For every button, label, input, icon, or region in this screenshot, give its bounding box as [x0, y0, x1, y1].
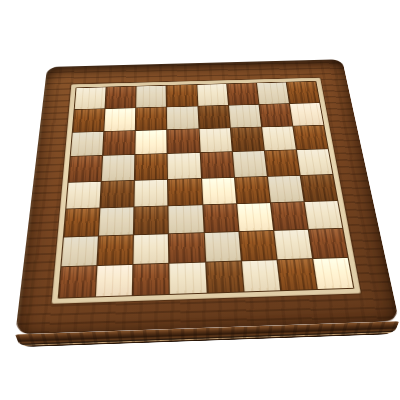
square-a6	[71, 132, 104, 156]
square-b5	[102, 155, 135, 180]
square-e2	[204, 232, 240, 262]
square-d5	[168, 153, 201, 178]
square-e3	[203, 204, 238, 232]
maple-inlay-border	[52, 78, 361, 304]
square-a5	[69, 156, 103, 182]
square-g5	[265, 150, 300, 175]
square-a1	[59, 266, 97, 298]
square-d8	[167, 85, 197, 107]
square-f5	[233, 151, 267, 176]
square-h7	[290, 103, 324, 126]
chess-board	[15, 59, 399, 334]
square-a2	[61, 236, 98, 266]
square-h4	[301, 174, 338, 200]
square-h3	[305, 201, 343, 229]
square-b1	[96, 265, 133, 297]
square-h5	[297, 149, 333, 174]
square-e5	[200, 152, 233, 177]
square-f6	[231, 128, 264, 152]
square-d7	[167, 107, 198, 130]
square-f2	[239, 231, 276, 261]
square-g3	[271, 202, 308, 230]
square-d1	[170, 262, 206, 293]
square-a4	[66, 181, 101, 208]
square-f4	[235, 176, 270, 203]
square-e4	[202, 177, 236, 204]
square-b2	[98, 235, 134, 265]
board-frame	[15, 59, 399, 334]
square-a8	[75, 87, 106, 109]
square-d4	[168, 178, 201, 205]
square-f3	[237, 203, 273, 231]
square-d3	[169, 205, 203, 233]
square-f7	[229, 105, 261, 128]
square-a7	[73, 109, 105, 132]
square-b3	[99, 207, 134, 235]
square-h2	[309, 228, 348, 258]
square-h6	[293, 126, 328, 150]
square-c7	[136, 107, 167, 130]
square-g8	[257, 82, 289, 104]
product-photo	[0, 0, 400, 400]
square-f1	[242, 260, 280, 291]
square-c2	[134, 234, 169, 264]
square-h8	[287, 82, 320, 104]
square-d6	[168, 129, 200, 153]
square-e6	[199, 128, 231, 152]
square-e8	[197, 84, 228, 106]
square-b4	[101, 180, 135, 207]
square-e7	[198, 106, 230, 129]
square-c3	[134, 206, 168, 234]
square-c6	[136, 130, 167, 154]
square-g4	[268, 175, 304, 202]
square-b7	[104, 108, 135, 131]
square-a3	[64, 208, 100, 236]
square-d2	[169, 233, 204, 263]
square-c4	[135, 179, 168, 206]
square-f8	[227, 83, 258, 105]
square-g6	[262, 127, 296, 151]
square-g1	[277, 259, 316, 290]
square-c1	[133, 264, 169, 296]
square-c8	[136, 86, 166, 108]
square-c5	[135, 154, 167, 179]
square-e1	[206, 261, 243, 292]
square-b8	[106, 86, 136, 108]
square-h1	[313, 258, 353, 289]
square-b6	[103, 131, 135, 155]
board-grid	[58, 81, 355, 299]
square-g2	[274, 230, 312, 260]
square-g7	[259, 104, 292, 127]
